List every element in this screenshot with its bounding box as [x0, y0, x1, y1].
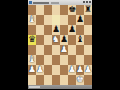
square-g6[interactable] — [76, 25, 84, 35]
square-a5[interactable]: ♛ — [28, 35, 36, 45]
square-c4[interactable] — [44, 45, 52, 55]
square-c8[interactable] — [44, 5, 52, 15]
black-pawn-g7[interactable]: ♟ — [76, 15, 84, 24]
square-c5[interactable] — [44, 35, 52, 45]
app-icon — [29, 1, 32, 4]
square-d5[interactable]: ♞ — [52, 35, 60, 45]
square-d1[interactable] — [52, 75, 60, 85]
square-f5[interactable] — [68, 35, 76, 45]
letterbox-right — [92, 0, 120, 90]
square-b7[interactable] — [36, 15, 44, 25]
square-c7[interactable] — [44, 15, 52, 25]
square-f4[interactable] — [68, 45, 76, 55]
black-pawn-f6[interactable]: ♟ — [68, 25, 76, 34]
square-f6[interactable]: ♟ — [68, 25, 76, 35]
square-d2[interactable] — [52, 65, 60, 75]
square-b5[interactable] — [36, 35, 44, 45]
square-d4[interactable] — [52, 45, 60, 55]
square-h1[interactable] — [84, 75, 92, 85]
maximize-icon[interactable] — [86, 1, 88, 3]
square-e4[interactable]: ♟ — [60, 45, 68, 55]
square-h4[interactable] — [84, 45, 92, 55]
white-pawn-g2[interactable]: ♟ — [76, 65, 84, 74]
window-controls[interactable] — [83, 1, 91, 3]
white-king-g1[interactable]: ♚ — [76, 75, 84, 84]
square-a1[interactable] — [28, 75, 36, 85]
square-g4[interactable] — [76, 45, 84, 55]
black-bishop-g5[interactable]: ♝ — [76, 35, 84, 44]
square-f2[interactable]: ♟ — [68, 65, 76, 75]
square-a6[interactable] — [28, 25, 36, 35]
white-pawn-e4[interactable]: ♟ — [60, 45, 68, 54]
black-pawn-d6[interactable]: ♟ — [52, 25, 60, 34]
letterbox-left — [0, 0, 28, 90]
black-rook-h8[interactable]: ♜ — [84, 5, 92, 14]
square-d6[interactable]: ♟ — [52, 25, 60, 35]
square-d8[interactable] — [52, 5, 60, 15]
square-b2[interactable]: ♟ — [36, 65, 44, 75]
square-a7[interactable]: ♝ — [28, 15, 36, 25]
white-bishop-a3[interactable]: ♝ — [28, 55, 36, 64]
white-pawn-a2[interactable]: ♟ — [28, 65, 36, 74]
white-pawn-b2[interactable]: ♟ — [36, 65, 44, 74]
square-b8[interactable] — [36, 5, 44, 15]
black-king-f8[interactable]: ♚ — [68, 5, 76, 14]
square-e6[interactable] — [60, 25, 68, 35]
square-f3[interactable] — [68, 55, 76, 65]
square-g5[interactable]: ♝ — [76, 35, 84, 45]
square-h2[interactable]: ♟ — [84, 65, 92, 75]
square-c1[interactable] — [44, 75, 52, 85]
chess-board: ♚♜♝♟♟♟♛♞♟♝♟♝♟♟♟♟♟♚ — [28, 5, 92, 85]
square-h8[interactable]: ♜ — [84, 5, 92, 15]
square-g2[interactable]: ♟ — [76, 65, 84, 75]
white-bishop-a7[interactable]: ♝ — [28, 15, 36, 24]
square-e8[interactable] — [60, 5, 68, 15]
square-f8[interactable]: ♚ — [68, 5, 76, 15]
square-f1[interactable] — [68, 75, 76, 85]
square-a2[interactable]: ♟ — [28, 65, 36, 75]
square-h7[interactable] — [84, 15, 92, 25]
square-a8[interactable] — [28, 5, 36, 15]
square-c2[interactable] — [44, 65, 52, 75]
white-pawn-f2[interactable]: ♟ — [68, 65, 76, 74]
window-title-extra — [51, 2, 59, 4]
square-a3[interactable]: ♝ — [28, 55, 36, 65]
square-f7[interactable] — [68, 15, 76, 25]
square-g1[interactable]: ♚ — [76, 75, 84, 85]
square-b6[interactable] — [36, 25, 44, 35]
square-g3[interactable] — [76, 55, 84, 65]
black-pawn-e5[interactable]: ♟ — [60, 35, 68, 44]
square-c6[interactable] — [44, 25, 52, 35]
window-statusbar — [28, 85, 92, 89]
square-b3[interactable] — [36, 55, 44, 65]
square-e5[interactable]: ♟ — [60, 35, 68, 45]
white-pawn-h2[interactable]: ♟ — [84, 65, 92, 74]
square-h6[interactable] — [84, 25, 92, 35]
square-e1[interactable] — [60, 75, 68, 85]
square-d7[interactable] — [52, 15, 60, 25]
square-b1[interactable] — [36, 75, 44, 85]
chess-app-window: ♚♜♝♟♟♟♛♞♟♝♟♝♟♟♟♟♟♚ — [28, 0, 92, 88]
square-e3[interactable] — [60, 55, 68, 65]
square-h3[interactable] — [84, 55, 92, 65]
square-e2[interactable] — [60, 65, 68, 75]
close-icon[interactable] — [89, 1, 91, 3]
square-d3[interactable] — [52, 55, 60, 65]
square-c3[interactable] — [44, 55, 52, 65]
minimize-icon[interactable] — [83, 1, 85, 3]
square-g7[interactable]: ♟ — [76, 15, 84, 25]
square-g8[interactable] — [76, 5, 84, 15]
status-text — [29, 86, 40, 88]
white-knight-d5[interactable]: ♞ — [52, 35, 60, 44]
black-queen-a5[interactable]: ♛ — [28, 35, 36, 44]
window-title — [33, 2, 49, 4]
square-h5[interactable] — [84, 35, 92, 45]
square-a4[interactable] — [28, 45, 36, 55]
square-b4[interactable] — [36, 45, 44, 55]
square-e7[interactable] — [60, 15, 68, 25]
